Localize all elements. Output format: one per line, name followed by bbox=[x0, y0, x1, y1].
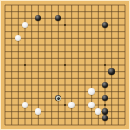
stone-black-Q2 bbox=[102, 115, 108, 121]
go-board[interactable] bbox=[0, 0, 130, 130]
stone-black-Q3 bbox=[102, 108, 108, 114]
stone-white-N4 bbox=[88, 102, 94, 108]
stone-layer bbox=[2, 2, 129, 129]
stone-white-C14 bbox=[15, 35, 21, 41]
last-move-marker bbox=[56, 96, 61, 101]
stone-black-Q7 bbox=[102, 82, 108, 88]
stone-white-L4 bbox=[68, 102, 74, 108]
stone-black-F17 bbox=[35, 15, 41, 21]
stone-white-N6 bbox=[88, 88, 94, 94]
stone-black-Q16 bbox=[102, 22, 108, 28]
stone-white-O3 bbox=[95, 108, 101, 114]
stone-black-J17 bbox=[55, 15, 61, 21]
stone-black-R9 bbox=[108, 68, 114, 74]
stone-white-F3 bbox=[35, 108, 41, 114]
stone-white-D4 bbox=[22, 102, 28, 108]
stone-black-Q5 bbox=[102, 95, 108, 101]
stone-black-J5 bbox=[55, 95, 61, 101]
stone-white-D16 bbox=[22, 22, 28, 28]
